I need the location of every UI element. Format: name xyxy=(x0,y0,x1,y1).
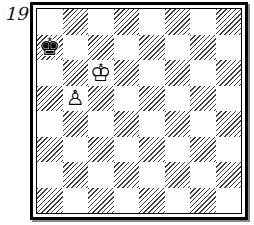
square-b4[interactable] xyxy=(63,111,89,137)
square-a5[interactable] xyxy=(37,86,63,112)
square-c6[interactable]: ♔ xyxy=(88,60,114,86)
square-h6[interactable] xyxy=(216,60,242,86)
square-c1[interactable] xyxy=(88,188,114,214)
chess-board-frame: ♚♔♙ xyxy=(30,2,248,220)
square-e5[interactable] xyxy=(139,86,165,112)
square-g1[interactable] xyxy=(190,188,216,214)
chess-diagram-page: 19 ♚♔♙ xyxy=(0,0,254,225)
square-c7[interactable] xyxy=(88,35,114,61)
square-e7[interactable] xyxy=(139,35,165,61)
square-c4[interactable] xyxy=(88,111,114,137)
square-a2[interactable] xyxy=(37,162,63,188)
square-c2[interactable] xyxy=(88,162,114,188)
square-d6[interactable] xyxy=(114,60,140,86)
square-d1[interactable] xyxy=(114,188,140,214)
square-d5[interactable] xyxy=(114,86,140,112)
square-e4[interactable] xyxy=(139,111,165,137)
square-c5[interactable] xyxy=(88,86,114,112)
square-d2[interactable] xyxy=(114,162,140,188)
square-h3[interactable] xyxy=(216,137,242,163)
square-a8[interactable] xyxy=(37,9,63,35)
diagram-number: 19 xyxy=(3,3,29,25)
square-f2[interactable] xyxy=(165,162,191,188)
square-e3[interactable] xyxy=(139,137,165,163)
square-g4[interactable] xyxy=(190,111,216,137)
white-king[interactable]: ♔ xyxy=(90,61,112,85)
square-b5[interactable]: ♙ xyxy=(63,86,89,112)
black-king[interactable]: ♚ xyxy=(39,35,61,59)
square-g3[interactable] xyxy=(190,137,216,163)
square-d8[interactable] xyxy=(114,9,140,35)
square-b7[interactable] xyxy=(63,35,89,61)
square-d4[interactable] xyxy=(114,111,140,137)
square-g7[interactable] xyxy=(190,35,216,61)
square-f1[interactable] xyxy=(165,188,191,214)
square-b3[interactable] xyxy=(63,137,89,163)
square-f4[interactable] xyxy=(165,111,191,137)
square-c8[interactable] xyxy=(88,9,114,35)
square-g2[interactable] xyxy=(190,162,216,188)
square-f8[interactable] xyxy=(165,9,191,35)
square-h5[interactable] xyxy=(216,86,242,112)
square-a6[interactable] xyxy=(37,60,63,86)
square-h4[interactable] xyxy=(216,111,242,137)
square-h1[interactable] xyxy=(216,188,242,214)
chess-board: ♚♔♙ xyxy=(36,8,242,214)
square-h7[interactable] xyxy=(216,35,242,61)
square-e6[interactable] xyxy=(139,60,165,86)
square-a3[interactable] xyxy=(37,137,63,163)
square-e8[interactable] xyxy=(139,9,165,35)
square-a1[interactable] xyxy=(37,188,63,214)
square-a4[interactable] xyxy=(37,111,63,137)
square-h2[interactable] xyxy=(216,162,242,188)
white-pawn[interactable]: ♙ xyxy=(66,88,85,109)
square-f6[interactable] xyxy=(165,60,191,86)
square-d3[interactable] xyxy=(114,137,140,163)
square-g8[interactable] xyxy=(190,9,216,35)
square-b1[interactable] xyxy=(63,188,89,214)
square-h8[interactable] xyxy=(216,9,242,35)
square-b2[interactable] xyxy=(63,162,89,188)
square-f5[interactable] xyxy=(165,86,191,112)
square-g6[interactable] xyxy=(190,60,216,86)
square-e1[interactable] xyxy=(139,188,165,214)
square-b8[interactable] xyxy=(63,9,89,35)
square-f7[interactable] xyxy=(165,35,191,61)
square-b6[interactable] xyxy=(63,60,89,86)
square-f3[interactable] xyxy=(165,137,191,163)
square-a7[interactable]: ♚ xyxy=(37,35,63,61)
square-d7[interactable] xyxy=(114,35,140,61)
square-c3[interactable] xyxy=(88,137,114,163)
square-g5[interactable] xyxy=(190,86,216,112)
square-e2[interactable] xyxy=(139,162,165,188)
